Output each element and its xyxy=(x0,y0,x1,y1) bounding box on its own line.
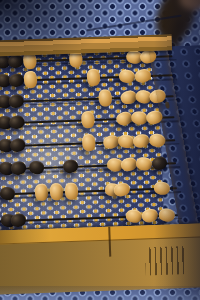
finger-joint-corner xyxy=(145,246,188,275)
bead-wood[interactable] xyxy=(132,132,151,149)
bead-wood[interactable] xyxy=(80,111,94,129)
bead-wood[interactable] xyxy=(64,182,78,200)
bead-black[interactable] xyxy=(7,72,25,88)
bead-wood[interactable] xyxy=(140,207,159,224)
bead-wood[interactable] xyxy=(23,71,37,89)
bead-black[interactable] xyxy=(61,158,79,174)
bead-wood[interactable] xyxy=(34,183,48,201)
bead-wood[interactable] xyxy=(49,183,63,201)
bead-black[interactable] xyxy=(8,114,26,130)
bead-wood[interactable] xyxy=(81,133,95,151)
rod-wire xyxy=(0,187,177,197)
bead-wood[interactable] xyxy=(158,207,175,222)
bead-wood[interactable] xyxy=(134,67,153,84)
bead-wood[interactable] xyxy=(98,89,112,107)
abacus-board xyxy=(0,32,200,297)
frame-bottom-rail xyxy=(0,223,200,296)
bead-black[interactable] xyxy=(150,155,168,171)
rod-grid xyxy=(0,46,178,236)
bead-wood[interactable] xyxy=(125,208,142,223)
wood-knot-mark xyxy=(165,101,170,108)
bead-wood[interactable] xyxy=(86,68,100,86)
abacus-photo-scene xyxy=(0,0,200,300)
bead-black[interactable] xyxy=(0,186,15,201)
bead-black[interactable] xyxy=(9,160,27,176)
